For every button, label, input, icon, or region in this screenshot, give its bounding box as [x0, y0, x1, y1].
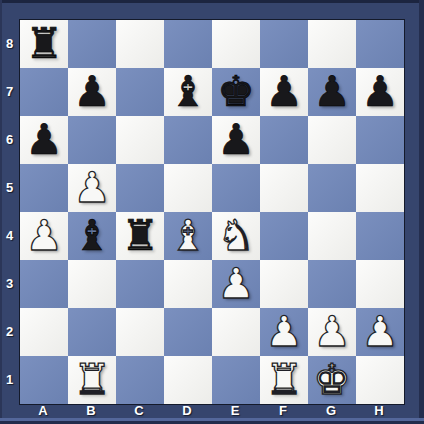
piece-white-rook[interactable]: ♜ [265, 356, 303, 404]
square-h4[interactable] [356, 212, 404, 260]
square-a7[interactable] [20, 68, 68, 116]
square-h6[interactable] [356, 116, 404, 164]
square-b4[interactable]: ♝ [68, 212, 116, 260]
piece-black-rook[interactable]: ♜ [121, 212, 159, 260]
piece-black-bishop[interactable]: ♝ [73, 212, 111, 260]
square-h5[interactable] [356, 164, 404, 212]
square-e7[interactable]: ♚ [212, 68, 260, 116]
square-d7[interactable]: ♝ [164, 68, 212, 116]
piece-white-pawn[interactable]: ♟ [361, 308, 399, 356]
square-f5[interactable] [260, 164, 308, 212]
square-d6[interactable] [164, 116, 212, 164]
square-b6[interactable] [68, 116, 116, 164]
rank-label-8: 8 [0, 19, 19, 67]
square-d4[interactable]: ♝ [164, 212, 212, 260]
piece-black-pawn[interactable]: ♟ [25, 116, 63, 164]
square-c7[interactable] [116, 68, 164, 116]
square-h1[interactable] [356, 356, 404, 404]
rank-label-4: 4 [0, 211, 19, 259]
square-f4[interactable] [260, 212, 308, 260]
frame-edge-right [419, 0, 424, 424]
piece-black-pawn[interactable]: ♟ [361, 68, 399, 116]
square-e8[interactable] [212, 20, 260, 68]
square-a5[interactable] [20, 164, 68, 212]
file-label-c: C [115, 402, 163, 418]
rank-label-1: 1 [0, 355, 19, 403]
chessboard-frame: 87654321 ♜♟♝♚♟♟♟♟♟♟♟♝♜♝♞♟♟♟♟♜♜♚ ABCDEFGH [0, 0, 424, 424]
square-h7[interactable]: ♟ [356, 68, 404, 116]
piece-white-pawn[interactable]: ♟ [265, 308, 303, 356]
rank-label-5: 5 [0, 163, 19, 211]
square-e6[interactable]: ♟ [212, 116, 260, 164]
square-c2[interactable] [116, 308, 164, 356]
square-d2[interactable] [164, 308, 212, 356]
square-g1[interactable]: ♚ [308, 356, 356, 404]
file-label-h: H [355, 402, 403, 418]
piece-black-bishop[interactable]: ♝ [169, 68, 207, 116]
square-g5[interactable] [308, 164, 356, 212]
piece-black-pawn[interactable]: ♟ [313, 68, 351, 116]
square-g8[interactable] [308, 20, 356, 68]
square-g6[interactable] [308, 116, 356, 164]
square-c8[interactable] [116, 20, 164, 68]
file-labels: ABCDEFGH [19, 402, 403, 418]
piece-white-pawn[interactable]: ♟ [313, 308, 351, 356]
square-e2[interactable] [212, 308, 260, 356]
file-label-d: D [163, 402, 211, 418]
square-b8[interactable] [68, 20, 116, 68]
piece-black-rook[interactable]: ♜ [25, 20, 63, 68]
piece-white-pawn[interactable]: ♟ [73, 164, 111, 212]
square-e4[interactable]: ♞ [212, 212, 260, 260]
square-g7[interactable]: ♟ [308, 68, 356, 116]
piece-white-rook[interactable]: ♜ [73, 356, 111, 404]
file-label-e: E [211, 402, 259, 418]
rank-label-3: 3 [0, 259, 19, 307]
square-c6[interactable] [116, 116, 164, 164]
square-e3[interactable]: ♟ [212, 260, 260, 308]
piece-black-pawn[interactable]: ♟ [265, 68, 303, 116]
square-h8[interactable] [356, 20, 404, 68]
rank-label-6: 6 [0, 115, 19, 163]
square-c5[interactable] [116, 164, 164, 212]
square-b5[interactable]: ♟ [68, 164, 116, 212]
square-b1[interactable]: ♜ [68, 356, 116, 404]
file-label-g: G [307, 402, 355, 418]
square-b3[interactable] [68, 260, 116, 308]
rank-labels: 87654321 [0, 19, 19, 403]
square-c4[interactable]: ♜ [116, 212, 164, 260]
square-a3[interactable] [20, 260, 68, 308]
square-h2[interactable]: ♟ [356, 308, 404, 356]
square-e5[interactable] [212, 164, 260, 212]
square-c3[interactable] [116, 260, 164, 308]
square-e1[interactable] [212, 356, 260, 404]
frame-edge-top [0, 0, 424, 3]
piece-white-pawn[interactable]: ♟ [25, 212, 63, 260]
square-f2[interactable]: ♟ [260, 308, 308, 356]
square-d1[interactable] [164, 356, 212, 404]
square-f8[interactable] [260, 20, 308, 68]
piece-white-pawn[interactable]: ♟ [217, 260, 255, 308]
rank-label-2: 2 [0, 307, 19, 355]
file-label-a: A [19, 402, 67, 418]
rank-label-7: 7 [0, 67, 19, 115]
square-d3[interactable] [164, 260, 212, 308]
piece-white-knight[interactable]: ♞ [217, 212, 255, 260]
piece-black-pawn[interactable]: ♟ [73, 68, 111, 116]
file-label-b: B [67, 402, 115, 418]
square-h3[interactable] [356, 260, 404, 308]
square-a1[interactable] [20, 356, 68, 404]
square-g4[interactable] [308, 212, 356, 260]
board: ♜♟♝♚♟♟♟♟♟♟♟♝♜♝♞♟♟♟♟♜♜♚ [19, 19, 405, 405]
square-f3[interactable] [260, 260, 308, 308]
piece-white-bishop[interactable]: ♝ [169, 212, 207, 260]
square-a4[interactable]: ♟ [20, 212, 68, 260]
square-d5[interactable] [164, 164, 212, 212]
file-label-f: F [259, 402, 307, 418]
square-d8[interactable] [164, 20, 212, 68]
square-g2[interactable]: ♟ [308, 308, 356, 356]
piece-black-pawn[interactable]: ♟ [217, 116, 255, 164]
square-a6[interactable]: ♟ [20, 116, 68, 164]
square-b2[interactable] [68, 308, 116, 356]
square-c1[interactable] [116, 356, 164, 404]
square-a2[interactable] [20, 308, 68, 356]
square-f7[interactable]: ♟ [260, 68, 308, 116]
square-b7[interactable]: ♟ [68, 68, 116, 116]
square-a8[interactable]: ♜ [20, 20, 68, 68]
square-g3[interactable] [308, 260, 356, 308]
square-f6[interactable] [260, 116, 308, 164]
piece-white-king[interactable]: ♚ [313, 356, 351, 404]
square-f1[interactable]: ♜ [260, 356, 308, 404]
piece-black-king[interactable]: ♚ [217, 68, 255, 116]
